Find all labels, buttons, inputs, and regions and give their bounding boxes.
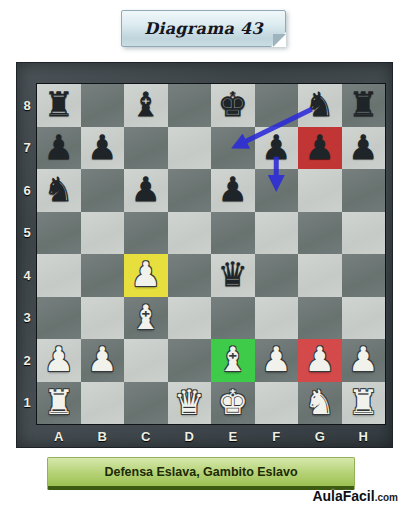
- square-c4[interactable]: ♟: [124, 254, 168, 297]
- square-d8[interactable]: [168, 84, 212, 127]
- opening-caption-text: Defensa Eslava, Gambito Eslavo: [104, 465, 297, 479]
- square-h2[interactable]: ♟: [342, 339, 386, 382]
- square-c7[interactable]: [124, 127, 168, 170]
- square-e7[interactable]: [211, 127, 255, 170]
- piece-black-knight: ♞: [305, 87, 335, 121]
- piece-black-pawn: ♟: [44, 130, 74, 164]
- square-f5[interactable]: [255, 212, 299, 255]
- square-f6[interactable]: [255, 169, 299, 212]
- piece-black-queen: ♛: [218, 257, 248, 291]
- square-g1[interactable]: ♞: [298, 382, 342, 425]
- chess-board: 87654321 ♜♝♚♞♜♟♟♟♟♟♞♟♟♟♛♝♟♟♝♟♟♟♜♛♚♞♜ ABC…: [16, 62, 393, 448]
- square-f8[interactable]: [255, 84, 299, 127]
- rank-label-8: 8: [17, 84, 37, 127]
- file-labels: ABCDEFGH: [37, 426, 385, 446]
- piece-black-pawn: ♟: [261, 130, 291, 164]
- square-h6[interactable]: [342, 169, 386, 212]
- square-b6[interactable]: [81, 169, 125, 212]
- piece-white-king: ♚: [218, 385, 248, 419]
- square-a3[interactable]: [37, 297, 81, 340]
- diagram-title-badge: Diagrama 43: [121, 10, 286, 47]
- piece-white-pawn: ♟: [305, 342, 335, 376]
- board-grid: ♜♝♚♞♜♟♟♟♟♟♞♟♟♟♛♝♟♟♝♟♟♟♜♛♚♞♜: [37, 84, 385, 424]
- square-c2[interactable]: [124, 339, 168, 382]
- square-d6[interactable]: [168, 169, 212, 212]
- square-d5[interactable]: [168, 212, 212, 255]
- piece-white-pawn: ♟: [348, 342, 378, 376]
- piece-black-rook: ♜: [44, 87, 74, 121]
- piece-black-pawn: ♟: [218, 172, 248, 206]
- square-a5[interactable]: [37, 212, 81, 255]
- square-a8[interactable]: ♜: [37, 84, 81, 127]
- square-d4[interactable]: [168, 254, 212, 297]
- square-a2[interactable]: ♟: [37, 339, 81, 382]
- site-tld: .com: [375, 492, 398, 503]
- square-e8[interactable]: ♚: [211, 84, 255, 127]
- square-b4[interactable]: [81, 254, 125, 297]
- square-g7[interactable]: ♟: [298, 127, 342, 170]
- square-c8[interactable]: ♝: [124, 84, 168, 127]
- square-c5[interactable]: [124, 212, 168, 255]
- square-g8[interactable]: ♞: [298, 84, 342, 127]
- piece-black-pawn: ♟: [348, 130, 378, 164]
- square-f3[interactable]: [255, 297, 299, 340]
- square-f4[interactable]: [255, 254, 299, 297]
- rank-label-4: 4: [17, 254, 37, 297]
- rank-label-1: 1: [17, 382, 37, 425]
- square-h1[interactable]: ♜: [342, 382, 386, 425]
- square-h3[interactable]: [342, 297, 386, 340]
- file-label-a: A: [37, 426, 81, 446]
- square-g5[interactable]: [298, 212, 342, 255]
- square-g6[interactable]: [298, 169, 342, 212]
- rank-labels: 87654321: [17, 84, 37, 424]
- square-h8[interactable]: ♜: [342, 84, 386, 127]
- square-b7[interactable]: ♟: [81, 127, 125, 170]
- piece-white-rook: ♜: [348, 385, 378, 419]
- square-f2[interactable]: ♟: [255, 339, 299, 382]
- square-b3[interactable]: [81, 297, 125, 340]
- piece-white-pawn: ♟: [44, 342, 74, 376]
- piece-white-knight: ♞: [305, 385, 335, 419]
- square-b5[interactable]: [81, 212, 125, 255]
- site-name: AulaFacil: [312, 488, 374, 504]
- piece-white-pawn: ♟: [131, 257, 161, 291]
- square-a4[interactable]: [37, 254, 81, 297]
- square-d7[interactable]: [168, 127, 212, 170]
- file-label-c: C: [124, 426, 168, 446]
- piece-black-rook: ♜: [348, 87, 378, 121]
- square-g3[interactable]: [298, 297, 342, 340]
- rank-label-2: 2: [17, 339, 37, 382]
- square-c1[interactable]: [124, 382, 168, 425]
- square-h5[interactable]: [342, 212, 386, 255]
- piece-white-pawn: ♟: [87, 342, 117, 376]
- square-c3[interactable]: ♝: [124, 297, 168, 340]
- site-branding: AulaFacil.com: [312, 487, 398, 505]
- file-label-h: H: [342, 426, 386, 446]
- rank-label-3: 3: [17, 297, 37, 340]
- square-g4[interactable]: [298, 254, 342, 297]
- square-d1[interactable]: ♛: [168, 382, 212, 425]
- square-e6[interactable]: ♟: [211, 169, 255, 212]
- square-c6[interactable]: ♟: [124, 169, 168, 212]
- square-b8[interactable]: [81, 84, 125, 127]
- piece-black-pawn: ♟: [131, 172, 161, 206]
- square-a1[interactable]: ♜: [37, 382, 81, 425]
- square-g2[interactable]: ♟: [298, 339, 342, 382]
- square-a6[interactable]: ♞: [37, 169, 81, 212]
- piece-black-pawn: ♟: [87, 130, 117, 164]
- file-label-e: E: [211, 426, 255, 446]
- square-e3[interactable]: [211, 297, 255, 340]
- piece-white-pawn: ♟: [261, 342, 291, 376]
- square-h4[interactable]: [342, 254, 386, 297]
- square-a7[interactable]: ♟: [37, 127, 81, 170]
- square-d3[interactable]: [168, 297, 212, 340]
- piece-black-king: ♚: [218, 87, 248, 121]
- diagram-title: Diagrama 43: [144, 19, 263, 38]
- square-e1[interactable]: ♚: [211, 382, 255, 425]
- file-label-d: D: [168, 426, 212, 446]
- piece-white-queen: ♛: [174, 385, 204, 419]
- square-f1[interactable]: [255, 382, 299, 425]
- opening-caption: Defensa Eslava, Gambito Eslavo: [47, 457, 355, 490]
- page: Diagrama 43 87654321 ♜♝♚♞♜♟♟♟♟♟♞♟♟♟♛♝♟♟♝…: [0, 0, 401, 508]
- square-b1[interactable]: [81, 382, 125, 425]
- square-h7[interactable]: ♟: [342, 127, 386, 170]
- rank-label-7: 7: [17, 127, 37, 170]
- square-f7[interactable]: ♟: [255, 127, 299, 170]
- piece-white-bishop: ♝: [131, 300, 161, 334]
- square-e4[interactable]: ♛: [211, 254, 255, 297]
- file-label-g: G: [298, 426, 342, 446]
- rank-label-6: 6: [17, 169, 37, 212]
- piece-white-rook: ♜: [44, 385, 74, 419]
- piece-white-bishop: ♝: [218, 342, 248, 376]
- square-b2[interactable]: ♟: [81, 339, 125, 382]
- file-label-f: F: [255, 426, 299, 446]
- square-e2[interactable]: ♝: [211, 339, 255, 382]
- piece-black-pawn: ♟: [305, 130, 335, 164]
- square-d2[interactable]: [168, 339, 212, 382]
- file-label-b: B: [81, 426, 125, 446]
- piece-black-knight: ♞: [44, 172, 74, 206]
- piece-black-bishop: ♝: [131, 87, 161, 121]
- rank-label-5: 5: [17, 212, 37, 255]
- square-e5[interactable]: [211, 212, 255, 255]
